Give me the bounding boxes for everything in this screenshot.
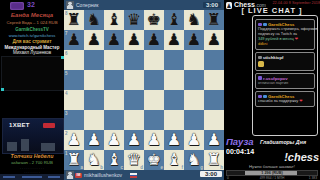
black-pawn[interactable]: ♟ [204, 30, 224, 50]
square-g1[interactable]: g♞ [184, 150, 204, 170]
chat-badge-icon [258, 56, 262, 60]
sub-counter: 32 [27, 1, 35, 8]
top-player-name: Соперник [76, 2, 98, 8]
square-f3[interactable] [164, 110, 184, 130]
top-week-title: Толчики Недели [0, 153, 64, 159]
square-e6[interactable] [144, 50, 164, 70]
top-player-clock: 3:00 [203, 2, 221, 8]
sponsor-banner: 1XBET [2, 118, 64, 154]
square-a2[interactable]: 2♟ [64, 130, 84, 150]
square-g8[interactable]: ♞ [184, 10, 204, 30]
square-h8[interactable]: ♜ [204, 10, 224, 30]
square-e3[interactable] [144, 110, 164, 130]
square-c2[interactable]: ♟ [104, 130, 124, 150]
square-f7[interactable]: ♟ [164, 30, 184, 50]
square-g5[interactable] [184, 70, 204, 90]
ru-flag-icon [130, 173, 137, 178]
square-e4[interactable] [144, 90, 164, 110]
black-rook[interactable]: ♜ [64, 10, 84, 30]
square-h2[interactable]: ♟ [204, 130, 224, 150]
sub-counter-icon [10, 2, 24, 10]
black-bishop[interactable]: ♝ [104, 10, 124, 30]
square-g6[interactable] [184, 50, 204, 70]
black-queen[interactable]: ♛ [124, 10, 144, 30]
square-a4[interactable]: 4 [64, 90, 84, 110]
gladiators-label: Гладиаторы Дня [260, 139, 306, 145]
live-chat-header: [ LIVE CHAT ] [224, 6, 320, 15]
square-a7[interactable]: 7♟ [64, 30, 84, 50]
white-king[interactable]: ♚ [144, 150, 164, 170]
white-rook[interactable]: ♜ [204, 150, 224, 170]
black-knight[interactable]: ♞ [184, 10, 204, 30]
square-b5[interactable] [84, 70, 104, 90]
cam-corner-dot [1, 88, 4, 91]
band-of-month-value: Сергей Вода – 1 024 RUB [0, 20, 64, 25]
square-e5[interactable] [144, 70, 164, 90]
square-e1[interactable]: e♚ [144, 150, 164, 170]
square-d8[interactable]: ♛ [124, 10, 144, 30]
white-pawn[interactable]: ♟ [184, 130, 204, 150]
chat-text: спасибо за поддержку ❤ [258, 99, 312, 104]
square-b8[interactable]: ♞ [84, 10, 104, 30]
chat-text: отличная партия [258, 81, 312, 86]
square-c4[interactable] [104, 90, 124, 110]
goal-title: Нужно больше шахмат! [224, 164, 320, 169]
chat-box[interactable]: GarnikChessПоддержать стримера, оформивп… [252, 15, 318, 136]
black-pawn[interactable]: ♟ [104, 30, 124, 50]
white-pawn[interactable]: ♟ [84, 130, 104, 150]
black-pawn[interactable]: ♟ [184, 30, 204, 50]
goal-scale-max: 1 383 [309, 176, 317, 180]
streamer-intro: Для вас стримит [0, 39, 64, 44]
black-king[interactable]: ♚ [144, 10, 164, 30]
black-pawn[interactable]: ♟ [124, 30, 144, 50]
top-week-value: asfaraon - 2 700 RUB [0, 160, 64, 165]
rank-label: 3 [65, 111, 68, 116]
square-b4[interactable] [84, 90, 104, 110]
stream-frame: 32 Банда Месяца Сергей Вода – 1 024 RUB … [0, 0, 320, 180]
chess-board-panel: Соперник 3:00 8♜♞♝♛♚♝♞♜7♟♟♟♟♟♟♟♟65432♟♟♟… [64, 0, 224, 180]
goal-scale-current: 499 864 / 1 МЛН [226, 176, 318, 180]
square-f1[interactable]: f♝ [164, 150, 184, 170]
square-g2[interactable]: ♟ [184, 130, 204, 150]
heart-icon: ❤ [298, 98, 302, 103]
square-c7[interactable]: ♟ [104, 30, 124, 50]
white-knight[interactable]: ♞ [84, 150, 104, 170]
square-f8[interactable]: ♝ [164, 10, 184, 30]
chat-message: GarnikChessспасибо за поддержку ❤ [255, 91, 315, 107]
square-h3[interactable] [204, 110, 224, 130]
white-knight[interactable]: ♞ [184, 150, 204, 170]
chat-command: !chess [224, 151, 319, 163]
square-e8[interactable]: ♚ [144, 10, 164, 30]
white-rook[interactable]: ♜ [64, 150, 84, 170]
ticker-segment [22, 176, 42, 178]
bottom-player-name: mikhaillushenkov [84, 172, 122, 178]
white-pawn[interactable]: ♟ [124, 130, 144, 150]
square-b7[interactable]: ♟ [84, 30, 104, 50]
white-bishop[interactable]: ♝ [104, 150, 124, 170]
chat-emote-icon [258, 61, 264, 67]
square-a3[interactable]: 3 [64, 110, 84, 130]
heart-icon: ❤ [294, 36, 298, 41]
sponsor-logo: 1XBET [9, 122, 30, 128]
streamer-title: Международный Мастер [0, 45, 64, 50]
black-pawn[interactable]: ♟ [84, 30, 104, 50]
streamer-name: Михаил Лушенков [0, 50, 64, 55]
ticker-segment [48, 176, 60, 178]
black-bishop[interactable]: ♝ [164, 10, 184, 30]
square-c1[interactable]: c♝ [104, 150, 124, 170]
webcam-placeholder [1, 56, 65, 91]
black-pawn[interactable]: ♟ [64, 30, 84, 50]
rank-label: 4 [65, 91, 68, 96]
square-h5[interactable] [204, 70, 224, 90]
square-a1[interactable]: 1a♜ [64, 150, 84, 170]
banner-graphic [41, 143, 55, 151]
square-e7[interactable]: ♟ [144, 30, 164, 50]
bottom-player-clock: 3:00 [200, 171, 222, 177]
square-f2[interactable]: ♟ [164, 130, 184, 150]
square-h4[interactable] [204, 90, 224, 110]
channel-url: www.twitch.tv/garnikchess [0, 33, 64, 38]
left-sidebar: 32 Банда Месяца Сергей Вода – 1 024 RUB … [0, 0, 64, 180]
square-b1[interactable]: b♞ [84, 150, 104, 170]
rank-label: 5 [65, 71, 68, 76]
chess-board[interactable]: 8♜♞♝♛♚♝♞♜7♟♟♟♟♟♟♟♟65432♟♟♟♟♟♟♟♟1a♜b♞c♝d♛… [64, 10, 224, 170]
square-g3[interactable] [184, 110, 204, 130]
square-f5[interactable] [164, 70, 184, 90]
top-player-bar: Соперник 3:00 [64, 0, 224, 10]
black-pawn[interactable]: ♟ [164, 30, 184, 50]
right-panel: ♟ Chess.com 22-04-00 8 September 2018 [ … [224, 0, 320, 180]
square-c6[interactable] [104, 50, 124, 70]
banner-graphic [7, 142, 17, 151]
square-a8[interactable]: 8♜ [64, 10, 84, 30]
square-b6[interactable] [84, 50, 104, 70]
white-pawn[interactable]: ♟ [204, 130, 224, 150]
square-f4[interactable] [164, 90, 184, 110]
chat-username: utichkiupf [263, 55, 284, 60]
white-queen[interactable]: ♛ [124, 150, 144, 170]
chat-message: r.usufpopovотличная партия [255, 73, 315, 89]
square-d4[interactable] [124, 90, 144, 110]
banner-graphic [21, 139, 29, 151]
square-e2[interactable]: ♟ [144, 130, 164, 150]
square-g4[interactable] [184, 90, 204, 110]
ticker-segment [3, 176, 15, 178]
black-rook[interactable]: ♜ [204, 10, 224, 30]
channel-name: GarnikChessTV [0, 27, 64, 32]
im-title-badge: IM [75, 173, 82, 178]
square-d7[interactable]: ♟ [124, 30, 144, 50]
square-c8[interactable]: ♝ [104, 10, 124, 30]
square-h7[interactable]: ♟ [204, 30, 224, 50]
pause-label: Пауза [226, 136, 254, 147]
white-pawn[interactable]: ♟ [164, 130, 184, 150]
black-pawn[interactable]: ♟ [144, 30, 164, 50]
goal-scale: 0 499 864 / 1 МЛН 1 383 [226, 176, 318, 180]
square-g7[interactable]: ♟ [184, 30, 204, 50]
square-d1[interactable]: d♛ [124, 150, 144, 170]
square-d5[interactable] [124, 70, 144, 90]
square-f6[interactable] [164, 50, 184, 70]
square-h6[interactable] [204, 50, 224, 70]
square-b3[interactable] [84, 110, 104, 130]
bottom-ticker-bar [0, 174, 64, 180]
bottom-player-avatar [66, 171, 74, 179]
white-bishop[interactable]: ♝ [164, 150, 184, 170]
square-d3[interactable] [124, 110, 144, 130]
square-d2[interactable]: ♟ [124, 130, 144, 150]
square-a5[interactable]: 5 [64, 70, 84, 90]
chat-text: ddkni [258, 42, 312, 47]
rank-label: 6 [65, 51, 68, 56]
square-c3[interactable] [104, 110, 124, 130]
stream-datetime: 22-04-00 8 September 2018 [268, 1, 320, 5]
band-of-month-title: Банда Месяца [0, 12, 64, 18]
bottom-player-bar: IM mikhaillushenkov 3:00 [64, 170, 224, 180]
square-b2[interactable]: ♟ [84, 130, 104, 150]
chat-message: utichkiupf [255, 52, 315, 71]
sponsor-badge [43, 123, 55, 128]
square-h1[interactable]: h♜ [204, 150, 224, 170]
top-player-avatar [66, 1, 74, 9]
black-knight[interactable]: ♞ [84, 10, 104, 30]
white-pawn[interactable]: ♟ [104, 130, 124, 150]
white-pawn[interactable]: ♟ [144, 130, 164, 150]
square-d6[interactable] [124, 50, 144, 70]
square-a6[interactable]: 6 [64, 50, 84, 70]
chat-message: GarnikChessПоддержать стримера, оформивп… [255, 19, 315, 50]
square-c5[interactable] [104, 70, 124, 90]
white-pawn[interactable]: ♟ [64, 130, 84, 150]
